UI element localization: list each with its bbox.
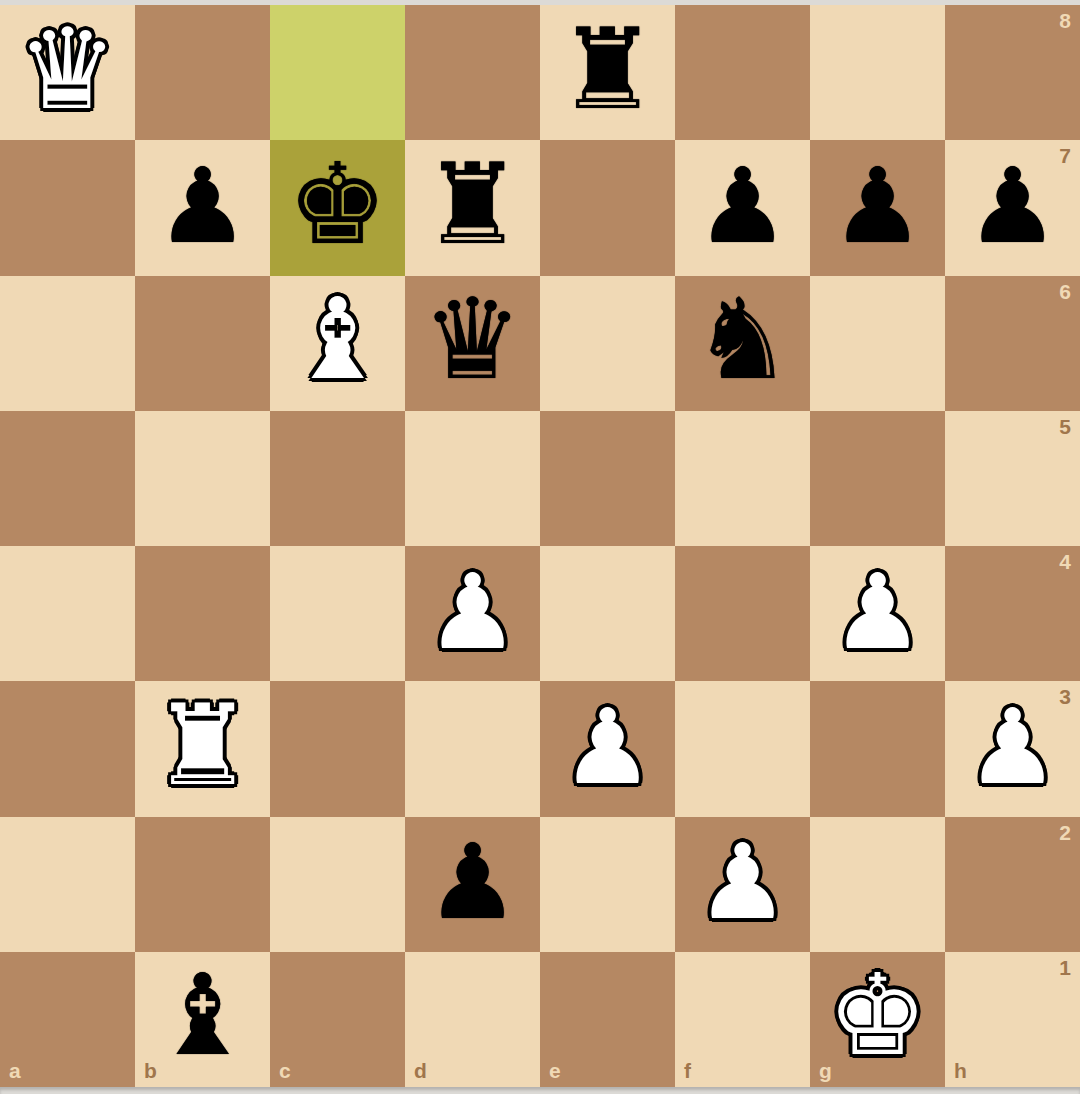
square-c8[interactable] bbox=[270, 5, 405, 140]
square-c6[interactable]: ♝ bbox=[270, 276, 405, 411]
rank-label-6: 6 bbox=[1059, 280, 1071, 304]
square-h5[interactable]: 5 bbox=[945, 411, 1080, 546]
square-b3[interactable]: ♜ bbox=[135, 681, 270, 816]
square-c2[interactable] bbox=[270, 817, 405, 952]
square-a2[interactable] bbox=[0, 817, 135, 952]
square-c3[interactable] bbox=[270, 681, 405, 816]
square-e8[interactable]: ♜ bbox=[540, 5, 675, 140]
square-f8[interactable] bbox=[675, 5, 810, 140]
white-pawn[interactable]: ♟ bbox=[966, 695, 1059, 799]
chess-board: ♛♜8♟♚♜♟♟♟7♝♛♞65♟♟4♜♟♟3♟♟2a♝bcdef♚gh1 bbox=[0, 5, 1080, 1087]
black-king[interactable]: ♚ bbox=[287, 148, 387, 260]
square-a1[interactable]: a bbox=[0, 952, 135, 1087]
square-g6[interactable] bbox=[810, 276, 945, 411]
rank-label-2: 2 bbox=[1059, 821, 1071, 845]
black-queen[interactable]: ♛ bbox=[422, 283, 522, 395]
square-c7[interactable]: ♚ bbox=[270, 140, 405, 275]
square-d1[interactable]: d bbox=[405, 952, 540, 1087]
square-g5[interactable] bbox=[810, 411, 945, 546]
square-f6[interactable]: ♞ bbox=[675, 276, 810, 411]
black-rook[interactable]: ♜ bbox=[422, 148, 522, 260]
white-bishop[interactable]: ♝ bbox=[287, 283, 387, 395]
file-label-f: f bbox=[684, 1059, 691, 1083]
square-g8[interactable] bbox=[810, 5, 945, 140]
white-pawn[interactable]: ♟ bbox=[696, 830, 789, 934]
rank-label-4: 4 bbox=[1059, 550, 1071, 574]
square-f7[interactable]: ♟ bbox=[675, 140, 810, 275]
square-d8[interactable] bbox=[405, 5, 540, 140]
black-bishop[interactable]: ♝ bbox=[152, 959, 252, 1071]
rank-label-1: 1 bbox=[1059, 956, 1071, 980]
square-a3[interactable] bbox=[0, 681, 135, 816]
rank-label-5: 5 bbox=[1059, 415, 1071, 439]
square-b5[interactable] bbox=[135, 411, 270, 546]
black-pawn[interactable]: ♟ bbox=[156, 154, 249, 258]
square-e7[interactable] bbox=[540, 140, 675, 275]
square-g1[interactable]: ♚g bbox=[810, 952, 945, 1087]
square-f5[interactable] bbox=[675, 411, 810, 546]
square-d4[interactable]: ♟ bbox=[405, 546, 540, 681]
square-g7[interactable]: ♟ bbox=[810, 140, 945, 275]
black-pawn[interactable]: ♟ bbox=[831, 154, 924, 258]
square-b2[interactable] bbox=[135, 817, 270, 952]
square-g3[interactable] bbox=[810, 681, 945, 816]
square-b7[interactable]: ♟ bbox=[135, 140, 270, 275]
black-knight[interactable]: ♞ bbox=[692, 283, 792, 395]
file-label-a: a bbox=[9, 1059, 21, 1083]
square-e6[interactable] bbox=[540, 276, 675, 411]
page: ♛♜8♟♚♜♟♟♟7♝♛♞65♟♟4♜♟♟3♟♟2a♝bcdef♚gh1 bbox=[0, 0, 1080, 1094]
square-a8[interactable]: ♛ bbox=[0, 5, 135, 140]
square-d2[interactable]: ♟ bbox=[405, 817, 540, 952]
square-f2[interactable]: ♟ bbox=[675, 817, 810, 952]
rank-label-3: 3 bbox=[1059, 685, 1071, 709]
square-b4[interactable] bbox=[135, 546, 270, 681]
white-pawn[interactable]: ♟ bbox=[426, 560, 519, 664]
square-c5[interactable] bbox=[270, 411, 405, 546]
square-a6[interactable] bbox=[0, 276, 135, 411]
square-f4[interactable] bbox=[675, 546, 810, 681]
square-b6[interactable] bbox=[135, 276, 270, 411]
rank-label-7: 7 bbox=[1059, 144, 1071, 168]
square-e5[interactable] bbox=[540, 411, 675, 546]
black-pawn[interactable]: ♟ bbox=[966, 154, 1059, 258]
square-b8[interactable] bbox=[135, 5, 270, 140]
square-d7[interactable]: ♜ bbox=[405, 140, 540, 275]
white-pawn[interactable]: ♟ bbox=[831, 560, 924, 664]
black-pawn[interactable]: ♟ bbox=[696, 154, 789, 258]
square-b1[interactable]: ♝b bbox=[135, 952, 270, 1087]
square-d5[interactable] bbox=[405, 411, 540, 546]
square-h1[interactable]: h1 bbox=[945, 952, 1080, 1087]
square-d6[interactable]: ♛ bbox=[405, 276, 540, 411]
bottom-gray-strip bbox=[0, 1087, 1080, 1094]
square-c1[interactable]: c bbox=[270, 952, 405, 1087]
file-label-e: e bbox=[549, 1059, 561, 1083]
square-a4[interactable] bbox=[0, 546, 135, 681]
rank-label-8: 8 bbox=[1059, 9, 1071, 33]
square-c4[interactable] bbox=[270, 546, 405, 681]
square-h3[interactable]: ♟3 bbox=[945, 681, 1080, 816]
square-a7[interactable] bbox=[0, 140, 135, 275]
square-a5[interactable] bbox=[0, 411, 135, 546]
square-f3[interactable] bbox=[675, 681, 810, 816]
black-pawn[interactable]: ♟ bbox=[426, 830, 519, 934]
file-label-h: h bbox=[954, 1059, 967, 1083]
square-h7[interactable]: ♟7 bbox=[945, 140, 1080, 275]
file-label-c: c bbox=[279, 1059, 291, 1083]
file-label-d: d bbox=[414, 1059, 427, 1083]
square-e3[interactable]: ♟ bbox=[540, 681, 675, 816]
square-h4[interactable]: 4 bbox=[945, 546, 1080, 681]
white-queen[interactable]: ♛ bbox=[17, 13, 117, 125]
square-g2[interactable] bbox=[810, 817, 945, 952]
square-e2[interactable] bbox=[540, 817, 675, 952]
white-rook[interactable]: ♜ bbox=[152, 689, 252, 801]
square-g4[interactable]: ♟ bbox=[810, 546, 945, 681]
square-d3[interactable] bbox=[405, 681, 540, 816]
square-f1[interactable]: f bbox=[675, 952, 810, 1087]
black-rook[interactable]: ♜ bbox=[557, 13, 657, 125]
square-h8[interactable]: 8 bbox=[945, 5, 1080, 140]
square-h2[interactable]: 2 bbox=[945, 817, 1080, 952]
white-pawn[interactable]: ♟ bbox=[561, 695, 654, 799]
white-king[interactable]: ♚ bbox=[827, 959, 927, 1071]
square-e4[interactable] bbox=[540, 546, 675, 681]
square-h6[interactable]: 6 bbox=[945, 276, 1080, 411]
square-e1[interactable]: e bbox=[540, 952, 675, 1087]
